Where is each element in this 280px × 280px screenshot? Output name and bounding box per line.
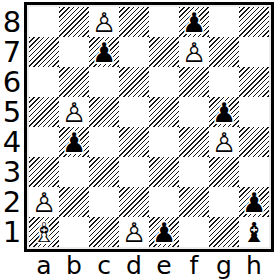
white-pawn: ♙ bbox=[29, 187, 59, 217]
black-pawn: ♟ bbox=[179, 7, 209, 37]
square-c4[interactable] bbox=[89, 127, 119, 157]
square-e6[interactable] bbox=[149, 67, 179, 97]
file-label-c: c bbox=[89, 253, 119, 280]
white-pawn: ♙ bbox=[209, 127, 239, 157]
white-pawn: ♙ bbox=[179, 37, 209, 67]
white-pawn-halo: ♟ bbox=[89, 7, 119, 37]
square-e8[interactable] bbox=[149, 7, 179, 37]
square-b8[interactable] bbox=[59, 7, 89, 37]
rank-label-4: 4 bbox=[0, 127, 24, 157]
black-pawn-halo: ♟ bbox=[179, 7, 209, 37]
square-f3[interactable] bbox=[179, 157, 209, 187]
black-pawn-halo: ♟ bbox=[59, 127, 89, 157]
square-c7[interactable]: ♟♟ bbox=[89, 37, 119, 67]
square-h2[interactable]: ♟♟ bbox=[239, 187, 269, 217]
square-f4[interactable] bbox=[179, 127, 209, 157]
file-label-e: e bbox=[149, 253, 179, 280]
square-d6[interactable] bbox=[119, 67, 149, 97]
square-g6[interactable] bbox=[209, 67, 239, 97]
black-pawn: ♟ bbox=[89, 37, 119, 67]
white-pawn-halo: ♟ bbox=[119, 217, 149, 247]
file-label-d: d bbox=[119, 253, 149, 280]
square-d2[interactable] bbox=[119, 187, 149, 217]
white-pawn: ♙ bbox=[59, 97, 89, 127]
square-g8[interactable] bbox=[209, 7, 239, 37]
square-h5[interactable] bbox=[239, 97, 269, 127]
rank-label-6: 6 bbox=[0, 67, 24, 97]
square-d8[interactable] bbox=[119, 7, 149, 37]
square-d4[interactable] bbox=[119, 127, 149, 157]
rank-label-8: 8 bbox=[0, 7, 24, 37]
black-pawn-halo: ♟ bbox=[209, 97, 239, 127]
square-d7[interactable] bbox=[119, 37, 149, 67]
square-b7[interactable] bbox=[59, 37, 89, 67]
white-pawn-halo: ♟ bbox=[209, 127, 239, 157]
square-e5[interactable] bbox=[149, 97, 179, 127]
square-c1[interactable] bbox=[89, 217, 119, 247]
rank-label-7: 7 bbox=[0, 37, 24, 67]
square-a6[interactable] bbox=[29, 67, 59, 97]
black-pawn: ♟ bbox=[59, 127, 89, 157]
square-b2[interactable] bbox=[59, 187, 89, 217]
square-d1[interactable]: ♟♙ bbox=[119, 217, 149, 247]
square-c5[interactable] bbox=[89, 97, 119, 127]
square-e3[interactable] bbox=[149, 157, 179, 187]
chess-diagram: 87654321 ♟♙♟♟♟♟♟♙♟♙♟♟♟♟♟♙♟♙♟♟♝♗♟♙♟♟♝♝ ab… bbox=[0, 0, 280, 280]
rank-label-3: 3 bbox=[0, 157, 24, 187]
square-g1[interactable] bbox=[209, 217, 239, 247]
black-pawn-halo: ♟ bbox=[149, 217, 179, 247]
square-g7[interactable] bbox=[209, 37, 239, 67]
square-f2[interactable] bbox=[179, 187, 209, 217]
white-pawn-halo: ♟ bbox=[59, 97, 89, 127]
square-h7[interactable] bbox=[239, 37, 269, 67]
square-f8[interactable]: ♟♟ bbox=[179, 7, 209, 37]
square-a3[interactable] bbox=[29, 157, 59, 187]
square-a8[interactable] bbox=[29, 7, 59, 37]
square-c2[interactable] bbox=[89, 187, 119, 217]
black-pawn-halo: ♟ bbox=[89, 37, 119, 67]
file-label-g: g bbox=[209, 253, 239, 280]
square-e1[interactable]: ♟♟ bbox=[149, 217, 179, 247]
black-pawn: ♟ bbox=[209, 97, 239, 127]
square-a4[interactable] bbox=[29, 127, 59, 157]
white-bishop: ♗ bbox=[29, 217, 59, 247]
rank-label-1: 1 bbox=[0, 217, 24, 247]
square-a7[interactable] bbox=[29, 37, 59, 67]
square-f5[interactable] bbox=[179, 97, 209, 127]
square-b3[interactable] bbox=[59, 157, 89, 187]
square-e4[interactable] bbox=[149, 127, 179, 157]
file-label-b: b bbox=[59, 253, 89, 280]
board-frame: ♟♙♟♟♟♟♟♙♟♙♟♟♟♟♟♙♟♙♟♟♝♗♟♙♟♟♝♝ bbox=[24, 2, 274, 252]
square-e7[interactable] bbox=[149, 37, 179, 67]
black-pawn: ♟ bbox=[239, 187, 269, 217]
file-labels: abcdefgh bbox=[24, 253, 280, 280]
square-h6[interactable] bbox=[239, 67, 269, 97]
black-bishop-halo: ♝ bbox=[239, 217, 269, 247]
square-c3[interactable] bbox=[89, 157, 119, 187]
square-d5[interactable] bbox=[119, 97, 149, 127]
white-pawn-halo: ♟ bbox=[29, 187, 59, 217]
file-label-f: f bbox=[179, 253, 209, 280]
square-a5[interactable] bbox=[29, 97, 59, 127]
square-d3[interactable] bbox=[119, 157, 149, 187]
square-h4[interactable] bbox=[239, 127, 269, 157]
square-a2[interactable]: ♟♙ bbox=[29, 187, 59, 217]
square-g5[interactable]: ♟♟ bbox=[209, 97, 239, 127]
square-g3[interactable] bbox=[209, 157, 239, 187]
square-f6[interactable] bbox=[179, 67, 209, 97]
square-h1[interactable]: ♝♝ bbox=[239, 217, 269, 247]
square-f7[interactable]: ♟♙ bbox=[179, 37, 209, 67]
square-b6[interactable] bbox=[59, 67, 89, 97]
square-b5[interactable]: ♟♙ bbox=[59, 97, 89, 127]
black-bishop: ♝ bbox=[239, 217, 269, 247]
rank-label-2: 2 bbox=[0, 187, 24, 217]
black-pawn-halo: ♟ bbox=[239, 187, 269, 217]
white-pawn: ♙ bbox=[89, 7, 119, 37]
black-pawn: ♟ bbox=[149, 217, 179, 247]
rank-labels: 87654321 bbox=[0, 0, 24, 252]
square-f1[interactable] bbox=[179, 217, 209, 247]
square-h3[interactable] bbox=[239, 157, 269, 187]
square-c8[interactable]: ♟♙ bbox=[89, 7, 119, 37]
white-pawn: ♙ bbox=[119, 217, 149, 247]
square-a1[interactable]: ♝♗ bbox=[29, 217, 59, 247]
square-b1[interactable] bbox=[59, 217, 89, 247]
square-c6[interactable] bbox=[89, 67, 119, 97]
square-g4[interactable]: ♟♙ bbox=[209, 127, 239, 157]
square-b4[interactable]: ♟♟ bbox=[59, 127, 89, 157]
file-label-a: a bbox=[29, 253, 59, 280]
white-pawn-halo: ♟ bbox=[179, 37, 209, 67]
file-label-h: h bbox=[239, 253, 269, 280]
square-h8[interactable] bbox=[239, 7, 269, 37]
rank-label-5: 5 bbox=[0, 97, 24, 127]
square-e2[interactable] bbox=[149, 187, 179, 217]
white-bishop-halo: ♝ bbox=[29, 217, 59, 247]
board: ♟♙♟♟♟♟♟♙♟♙♟♟♟♟♟♙♟♙♟♟♝♗♟♙♟♟♝♝ bbox=[29, 7, 269, 247]
square-g2[interactable] bbox=[209, 187, 239, 217]
